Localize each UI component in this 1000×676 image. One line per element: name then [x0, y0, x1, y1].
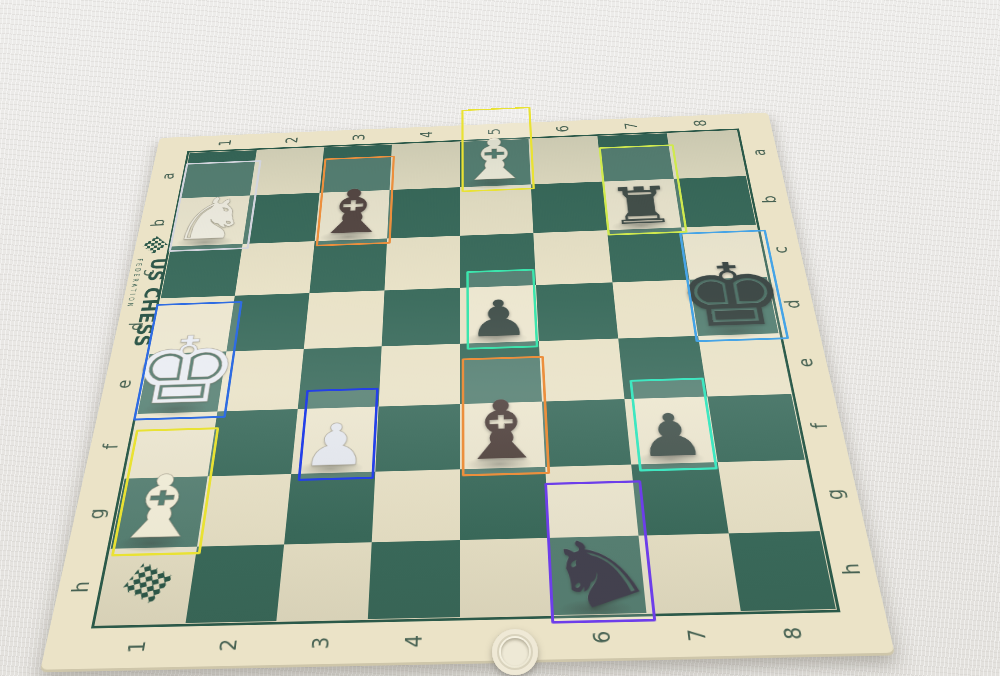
rank-label-top-1: 1	[213, 136, 236, 151]
file-label-right-e: e	[790, 352, 820, 372]
rank-label-bottom-4: 4	[398, 628, 428, 655]
square-a2[interactable]	[250, 147, 324, 195]
square-c4[interactable]	[384, 236, 460, 291]
detection-box-d5	[466, 269, 538, 350]
square-h3[interactable]	[276, 542, 371, 621]
rank-label-bottom-8: 8	[775, 620, 810, 647]
file-label-right-g: g	[818, 482, 851, 505]
file-label-left-c: c	[134, 264, 160, 281]
detection-box-f7	[629, 378, 717, 472]
square-a4[interactable]	[390, 142, 460, 190]
file-label-left-a: a	[156, 168, 180, 183]
detection-box-f3	[297, 388, 378, 481]
rank-label-top-7: 7	[619, 119, 643, 134]
detection-box-a5	[461, 107, 534, 192]
file-label-left-f: f	[96, 436, 126, 457]
detection-box-f5	[461, 356, 549, 477]
detection-box-b3	[315, 156, 394, 247]
rank-label-top-8: 8	[688, 116, 712, 131]
square-g4[interactable]	[372, 469, 460, 542]
file-label-right-f: f	[804, 415, 836, 437]
table-fabric-background: US CHESS FEDERATION ♞♚♝♝♟♝♟♝♜♟♚♞ 1122334…	[0, 0, 1000, 676]
square-f4[interactable]	[375, 404, 460, 472]
square-h4[interactable]	[368, 540, 460, 619]
square-f8[interactable]	[708, 394, 805, 462]
square-e4[interactable]	[379, 344, 460, 407]
off-board-piece[interactable]	[492, 629, 538, 675]
file-label-right-h: h	[834, 556, 869, 581]
square-b8[interactable]	[674, 176, 756, 228]
square-e6[interactable]	[539, 339, 625, 402]
file-label-right-b: b	[756, 191, 783, 207]
off-board-piece-base-hollow	[501, 638, 529, 666]
square-b6[interactable]	[531, 182, 607, 233]
square-b4[interactable]	[387, 187, 460, 238]
rank-label-top-3: 3	[347, 130, 369, 145]
rank-label-bottom-7: 7	[680, 622, 714, 649]
file-label-left-h: h	[65, 574, 98, 599]
square-a6[interactable]	[529, 136, 603, 184]
file-label-left-g: g	[81, 502, 112, 525]
detection-box-h6	[544, 480, 656, 623]
file-label-right-a: a	[746, 144, 772, 159]
rank-label-top-4: 4	[415, 127, 437, 142]
rank-label-top-2: 2	[280, 133, 303, 148]
square-c6[interactable]	[533, 230, 612, 285]
square-g2[interactable]	[197, 474, 291, 547]
square-h2[interactable]	[186, 544, 285, 623]
square-g7[interactable]	[631, 462, 729, 535]
square-g3[interactable]	[284, 472, 375, 545]
rank-label-bottom-1: 1	[120, 634, 153, 660]
square-c2[interactable]	[235, 241, 315, 296]
square-h8[interactable]	[729, 531, 836, 611]
us-chess-crest-icon	[140, 236, 169, 255]
square-a8[interactable]	[667, 130, 746, 178]
chess-board: ♞♚♝♝♟♝♟♝♜♟♚♞	[95, 130, 835, 625]
rank-label-bottom-2: 2	[212, 632, 244, 658]
detection-box-b7	[598, 144, 687, 235]
square-f6[interactable]	[542, 399, 631, 467]
square-d6[interactable]	[536, 282, 618, 341]
square-g8[interactable]	[718, 460, 820, 534]
chess-mat: US CHESS FEDERATION ♞♚♝♝♟♝♟♝♜♟♚♞ 1122334…	[40, 113, 895, 673]
detection-box-b1	[168, 160, 261, 252]
square-d4[interactable]	[382, 288, 460, 347]
square-d3[interactable]	[304, 290, 385, 348]
rank-label-bottom-3: 3	[305, 630, 336, 657]
file-label-left-b: b	[145, 215, 170, 231]
rank-label-top-6: 6	[551, 122, 574, 137]
